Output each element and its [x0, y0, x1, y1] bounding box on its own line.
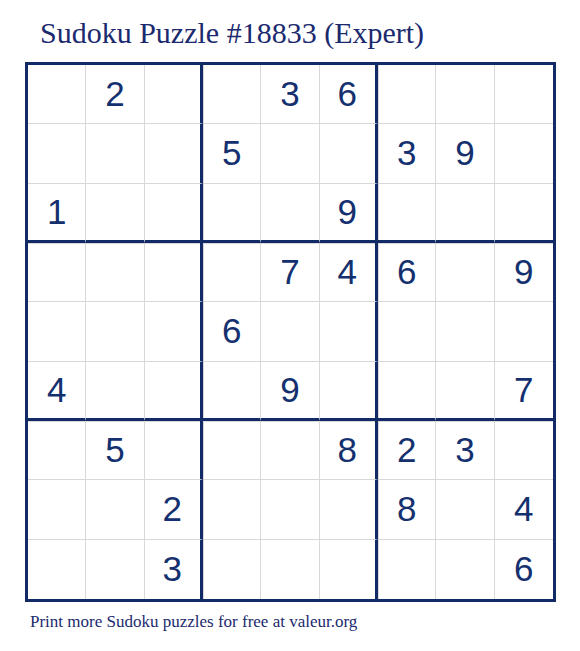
sudoku-cell-r9c7 — [378, 540, 436, 599]
sudoku-cell-r4c7: 6 — [378, 243, 436, 302]
sudoku-page: Sudoku Puzzle #18833 (Expert) 2365391974… — [0, 0, 580, 651]
sudoku-cell-r9c9: 6 — [495, 540, 553, 599]
sudoku-cell-r7c6: 8 — [320, 421, 378, 480]
sudoku-cell-r6c4 — [203, 362, 261, 421]
sudoku-cell-r6c1: 4 — [28, 362, 86, 421]
sudoku-cell-r2c9 — [495, 124, 553, 183]
sudoku-cell-r7c7: 2 — [378, 421, 436, 480]
sudoku-cell-r9c2 — [86, 540, 144, 599]
sudoku-cell-r1c8 — [436, 65, 494, 124]
sudoku-cell-r4c4 — [203, 243, 261, 302]
sudoku-grid: 2365391974696497582328436 — [25, 62, 556, 602]
sudoku-cell-r1c6: 6 — [320, 65, 378, 124]
sudoku-cell-r6c6 — [320, 362, 378, 421]
sudoku-cell-r3c9 — [495, 184, 553, 243]
sudoku-cell-r1c3 — [145, 65, 203, 124]
sudoku-cell-r8c1 — [28, 480, 86, 539]
sudoku-cell-r2c1 — [28, 124, 86, 183]
sudoku-cell-r4c9: 9 — [495, 243, 553, 302]
sudoku-cell-r5c7 — [378, 302, 436, 361]
sudoku-cell-r4c8 — [436, 243, 494, 302]
sudoku-cell-r2c5 — [261, 124, 319, 183]
sudoku-cell-r9c8 — [436, 540, 494, 599]
sudoku-cell-r3c8 — [436, 184, 494, 243]
sudoku-cell-r7c5 — [261, 421, 319, 480]
sudoku-cell-r5c2 — [86, 302, 144, 361]
sudoku-cell-r4c1 — [28, 243, 86, 302]
sudoku-cell-r9c1 — [28, 540, 86, 599]
sudoku-cell-r1c1 — [28, 65, 86, 124]
sudoku-cell-r3c5 — [261, 184, 319, 243]
sudoku-cell-r6c3 — [145, 362, 203, 421]
sudoku-cell-r3c3 — [145, 184, 203, 243]
sudoku-cell-r6c9: 7 — [495, 362, 553, 421]
sudoku-cell-r1c4 — [203, 65, 261, 124]
sudoku-cell-r8c8 — [436, 480, 494, 539]
sudoku-cell-r5c5 — [261, 302, 319, 361]
sudoku-cell-r2c7: 3 — [378, 124, 436, 183]
sudoku-cell-r4c5: 7 — [261, 243, 319, 302]
sudoku-cell-r8c9: 4 — [495, 480, 553, 539]
sudoku-cell-r2c4: 5 — [203, 124, 261, 183]
sudoku-cell-r5c9 — [495, 302, 553, 361]
sudoku-cell-r8c2 — [86, 480, 144, 539]
sudoku-cell-r1c7 — [378, 65, 436, 124]
sudoku-cell-r7c3 — [145, 421, 203, 480]
sudoku-cell-r2c3 — [145, 124, 203, 183]
sudoku-cell-r7c9 — [495, 421, 553, 480]
sudoku-cell-r3c1: 1 — [28, 184, 86, 243]
sudoku-cell-r6c2 — [86, 362, 144, 421]
sudoku-cell-r4c2 — [86, 243, 144, 302]
sudoku-cell-r6c8 — [436, 362, 494, 421]
sudoku-cell-r9c3: 3 — [145, 540, 203, 599]
sudoku-cell-r9c5 — [261, 540, 319, 599]
sudoku-cell-r8c7: 8 — [378, 480, 436, 539]
page-title: Sudoku Puzzle #18833 (Expert) — [40, 16, 424, 50]
sudoku-cell-r9c4 — [203, 540, 261, 599]
sudoku-cell-r5c4: 6 — [203, 302, 261, 361]
sudoku-cell-r1c5: 3 — [261, 65, 319, 124]
sudoku-cell-r8c5 — [261, 480, 319, 539]
sudoku-cell-r3c4 — [203, 184, 261, 243]
sudoku-cell-r5c8 — [436, 302, 494, 361]
sudoku-cell-r6c7 — [378, 362, 436, 421]
sudoku-cell-r8c3: 2 — [145, 480, 203, 539]
sudoku-cell-r4c6: 4 — [320, 243, 378, 302]
sudoku-cell-r7c8: 3 — [436, 421, 494, 480]
sudoku-cell-r7c2: 5 — [86, 421, 144, 480]
sudoku-cell-r8c4 — [203, 480, 261, 539]
sudoku-cell-r1c2: 2 — [86, 65, 144, 124]
footer-text: Print more Sudoku puzzles for free at va… — [30, 612, 357, 632]
sudoku-cell-r4c3 — [145, 243, 203, 302]
sudoku-cell-r6c5: 9 — [261, 362, 319, 421]
sudoku-cell-r2c6 — [320, 124, 378, 183]
sudoku-cell-r3c6: 9 — [320, 184, 378, 243]
sudoku-cell-r5c1 — [28, 302, 86, 361]
sudoku-cell-r8c6 — [320, 480, 378, 539]
sudoku-cell-r2c2 — [86, 124, 144, 183]
sudoku-cell-r5c3 — [145, 302, 203, 361]
sudoku-cell-r7c4 — [203, 421, 261, 480]
sudoku-cell-r1c9 — [495, 65, 553, 124]
sudoku-cell-r3c7 — [378, 184, 436, 243]
sudoku-cell-r7c1 — [28, 421, 86, 480]
sudoku-cell-r2c8: 9 — [436, 124, 494, 183]
sudoku-cell-r3c2 — [86, 184, 144, 243]
sudoku-cell-r9c6 — [320, 540, 378, 599]
sudoku-cell-r5c6 — [320, 302, 378, 361]
